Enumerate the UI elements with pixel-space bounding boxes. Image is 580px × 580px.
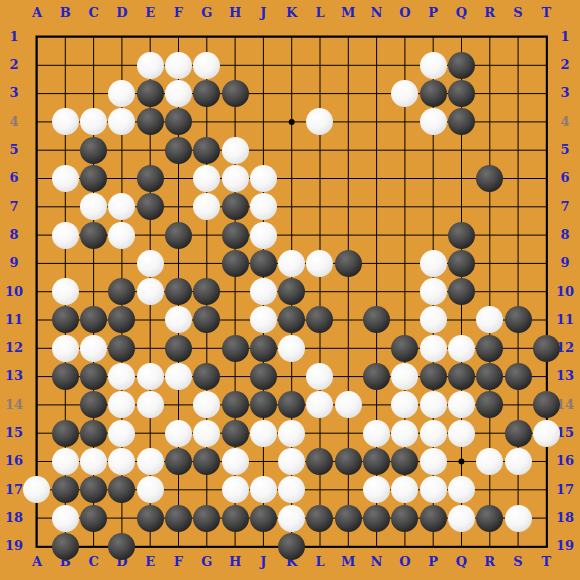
intersection-A19[interactable] [23, 532, 51, 560]
intersection-G12[interactable] [193, 334, 221, 362]
intersection-O19[interactable] [391, 532, 419, 560]
intersection-M18[interactable] [334, 504, 362, 532]
intersection-G13[interactable] [193, 362, 221, 390]
intersection-S18[interactable] [504, 504, 532, 532]
intersection-K15[interactable] [278, 419, 306, 447]
intersection-Q11[interactable] [447, 306, 475, 334]
intersection-H8[interactable] [221, 221, 249, 249]
intersection-N7[interactable] [362, 193, 390, 221]
intersection-R11[interactable] [476, 306, 504, 334]
intersection-G6[interactable] [193, 164, 221, 192]
intersection-O11[interactable] [391, 306, 419, 334]
intersection-J14[interactable] [249, 391, 277, 419]
intersection-T16[interactable] [532, 447, 560, 475]
intersection-F2[interactable] [164, 51, 192, 79]
intersection-F11[interactable] [164, 306, 192, 334]
intersection-G7[interactable] [193, 193, 221, 221]
intersection-J6[interactable] [249, 164, 277, 192]
intersection-P7[interactable] [419, 193, 447, 221]
intersection-J12[interactable] [249, 334, 277, 362]
intersection-J3[interactable] [249, 79, 277, 107]
intersection-S5[interactable] [504, 136, 532, 164]
intersection-M8[interactable] [334, 221, 362, 249]
intersection-K10[interactable] [278, 278, 306, 306]
intersection-S1[interactable] [504, 23, 532, 51]
intersection-C5[interactable] [79, 136, 107, 164]
intersection-H10[interactable] [221, 278, 249, 306]
intersection-F13[interactable] [164, 362, 192, 390]
intersection-H5[interactable] [221, 136, 249, 164]
intersection-D7[interactable] [108, 193, 136, 221]
intersection-C19[interactable] [79, 532, 107, 560]
intersection-E7[interactable] [136, 193, 164, 221]
intersection-A11[interactable] [23, 306, 51, 334]
intersection-R7[interactable] [476, 193, 504, 221]
intersection-A16[interactable] [23, 447, 51, 475]
intersection-S13[interactable] [504, 362, 532, 390]
intersection-F18[interactable] [164, 504, 192, 532]
intersection-S7[interactable] [504, 193, 532, 221]
intersection-A2[interactable] [23, 51, 51, 79]
intersection-M4[interactable] [334, 108, 362, 136]
intersection-O16[interactable] [391, 447, 419, 475]
intersection-D15[interactable] [108, 419, 136, 447]
intersection-F16[interactable] [164, 447, 192, 475]
intersection-Q7[interactable] [447, 193, 475, 221]
intersection-L6[interactable] [306, 164, 334, 192]
intersection-L4[interactable] [306, 108, 334, 136]
intersection-A7[interactable] [23, 193, 51, 221]
intersection-A1[interactable] [23, 23, 51, 51]
intersection-G4[interactable] [193, 108, 221, 136]
intersection-P8[interactable] [419, 221, 447, 249]
intersection-O1[interactable] [391, 23, 419, 51]
intersection-A3[interactable] [23, 79, 51, 107]
intersection-H7[interactable] [221, 193, 249, 221]
intersection-P1[interactable] [419, 23, 447, 51]
intersection-N1[interactable] [362, 23, 390, 51]
intersection-Q2[interactable] [447, 51, 475, 79]
intersection-O15[interactable] [391, 419, 419, 447]
intersection-O6[interactable] [391, 164, 419, 192]
intersection-M10[interactable] [334, 278, 362, 306]
intersection-R13[interactable] [476, 362, 504, 390]
intersection-B14[interactable] [51, 391, 79, 419]
intersection-C17[interactable] [79, 476, 107, 504]
intersection-B12[interactable] [51, 334, 79, 362]
intersection-G11[interactable] [193, 306, 221, 334]
intersection-M7[interactable] [334, 193, 362, 221]
intersection-A15[interactable] [23, 419, 51, 447]
intersection-A9[interactable] [23, 249, 51, 277]
intersection-B5[interactable] [51, 136, 79, 164]
intersection-E14[interactable] [136, 391, 164, 419]
intersection-Q8[interactable] [447, 221, 475, 249]
intersection-K18[interactable] [278, 504, 306, 532]
intersection-C14[interactable] [79, 391, 107, 419]
intersection-L16[interactable] [306, 447, 334, 475]
intersection-A8[interactable] [23, 221, 51, 249]
intersection-S6[interactable] [504, 164, 532, 192]
intersection-R2[interactable] [476, 51, 504, 79]
intersection-L11[interactable] [306, 306, 334, 334]
intersection-D12[interactable] [108, 334, 136, 362]
intersection-P2[interactable] [419, 51, 447, 79]
intersection-J19[interactable] [249, 532, 277, 560]
intersection-T11[interactable] [532, 306, 560, 334]
intersection-P18[interactable] [419, 504, 447, 532]
intersection-E13[interactable] [136, 362, 164, 390]
intersection-N19[interactable] [362, 532, 390, 560]
intersection-C15[interactable] [79, 419, 107, 447]
intersection-J4[interactable] [249, 108, 277, 136]
intersection-K3[interactable] [278, 79, 306, 107]
intersection-K6[interactable] [278, 164, 306, 192]
intersection-B4[interactable] [51, 108, 79, 136]
intersection-N12[interactable] [362, 334, 390, 362]
intersection-C16[interactable] [79, 447, 107, 475]
intersection-K9[interactable] [278, 249, 306, 277]
intersection-K2[interactable] [278, 51, 306, 79]
intersection-T1[interactable] [532, 23, 560, 51]
intersection-S16[interactable] [504, 447, 532, 475]
intersection-L13[interactable] [306, 362, 334, 390]
intersection-T15[interactable] [532, 419, 560, 447]
intersection-S8[interactable] [504, 221, 532, 249]
intersection-L14[interactable] [306, 391, 334, 419]
intersection-P15[interactable] [419, 419, 447, 447]
intersection-Q16[interactable] [447, 447, 475, 475]
intersection-O5[interactable] [391, 136, 419, 164]
intersection-A12[interactable] [23, 334, 51, 362]
intersection-M12[interactable] [334, 334, 362, 362]
intersection-P3[interactable] [419, 79, 447, 107]
intersection-Q5[interactable] [447, 136, 475, 164]
intersection-D5[interactable] [108, 136, 136, 164]
intersection-D16[interactable] [108, 447, 136, 475]
intersection-D6[interactable] [108, 164, 136, 192]
intersection-B2[interactable] [51, 51, 79, 79]
intersection-L12[interactable] [306, 334, 334, 362]
intersection-O7[interactable] [391, 193, 419, 221]
intersection-M3[interactable] [334, 79, 362, 107]
intersection-E4[interactable] [136, 108, 164, 136]
intersection-C4[interactable] [79, 108, 107, 136]
intersection-R5[interactable] [476, 136, 504, 164]
intersection-M17[interactable] [334, 476, 362, 504]
intersection-N11[interactable] [362, 306, 390, 334]
intersection-T3[interactable] [532, 79, 560, 107]
intersection-B11[interactable] [51, 306, 79, 334]
intersection-E18[interactable] [136, 504, 164, 532]
intersection-D14[interactable] [108, 391, 136, 419]
intersection-P5[interactable] [419, 136, 447, 164]
intersection-K5[interactable] [278, 136, 306, 164]
intersection-E5[interactable] [136, 136, 164, 164]
intersection-L9[interactable] [306, 249, 334, 277]
intersection-M1[interactable] [334, 23, 362, 51]
intersection-Q9[interactable] [447, 249, 475, 277]
intersection-N13[interactable] [362, 362, 390, 390]
intersection-P4[interactable] [419, 108, 447, 136]
intersection-F7[interactable] [164, 193, 192, 221]
intersection-K11[interactable] [278, 306, 306, 334]
intersection-B13[interactable] [51, 362, 79, 390]
intersection-C13[interactable] [79, 362, 107, 390]
intersection-E12[interactable] [136, 334, 164, 362]
intersection-L5[interactable] [306, 136, 334, 164]
intersection-D3[interactable] [108, 79, 136, 107]
intersection-L15[interactable] [306, 419, 334, 447]
intersection-O2[interactable] [391, 51, 419, 79]
intersection-E1[interactable] [136, 23, 164, 51]
intersection-G8[interactable] [193, 221, 221, 249]
intersection-F5[interactable] [164, 136, 192, 164]
intersection-E10[interactable] [136, 278, 164, 306]
intersection-T17[interactable] [532, 476, 560, 504]
intersection-E9[interactable] [136, 249, 164, 277]
intersection-H2[interactable] [221, 51, 249, 79]
intersection-T14[interactable] [532, 391, 560, 419]
intersection-D4[interactable] [108, 108, 136, 136]
intersection-T13[interactable] [532, 362, 560, 390]
intersection-H17[interactable] [221, 476, 249, 504]
intersection-E3[interactable] [136, 79, 164, 107]
intersection-Q4[interactable] [447, 108, 475, 136]
intersection-P14[interactable] [419, 391, 447, 419]
intersection-Q6[interactable] [447, 164, 475, 192]
intersection-R10[interactable] [476, 278, 504, 306]
intersection-B3[interactable] [51, 79, 79, 107]
intersection-N14[interactable] [362, 391, 390, 419]
intersection-G14[interactable] [193, 391, 221, 419]
intersection-L2[interactable] [306, 51, 334, 79]
intersection-H11[interactable] [221, 306, 249, 334]
intersection-F19[interactable] [164, 532, 192, 560]
intersection-S14[interactable] [504, 391, 532, 419]
intersection-N10[interactable] [362, 278, 390, 306]
intersection-B9[interactable] [51, 249, 79, 277]
intersection-F4[interactable] [164, 108, 192, 136]
intersection-J18[interactable] [249, 504, 277, 532]
intersection-S19[interactable] [504, 532, 532, 560]
intersection-M9[interactable] [334, 249, 362, 277]
intersection-R8[interactable] [476, 221, 504, 249]
intersection-T10[interactable] [532, 278, 560, 306]
intersection-O12[interactable] [391, 334, 419, 362]
intersection-O3[interactable] [391, 79, 419, 107]
intersection-R17[interactable] [476, 476, 504, 504]
intersection-H14[interactable] [221, 391, 249, 419]
intersection-C3[interactable] [79, 79, 107, 107]
intersection-A10[interactable] [23, 278, 51, 306]
intersection-P17[interactable] [419, 476, 447, 504]
intersection-N15[interactable] [362, 419, 390, 447]
intersection-B17[interactable] [51, 476, 79, 504]
intersection-T6[interactable] [532, 164, 560, 192]
intersection-O17[interactable] [391, 476, 419, 504]
intersection-D10[interactable] [108, 278, 136, 306]
intersection-T4[interactable] [532, 108, 560, 136]
intersection-R15[interactable] [476, 419, 504, 447]
intersection-N18[interactable] [362, 504, 390, 532]
intersection-B10[interactable] [51, 278, 79, 306]
intersection-D2[interactable] [108, 51, 136, 79]
intersection-O13[interactable] [391, 362, 419, 390]
intersection-G3[interactable] [193, 79, 221, 107]
intersection-G2[interactable] [193, 51, 221, 79]
intersection-S4[interactable] [504, 108, 532, 136]
intersection-K12[interactable] [278, 334, 306, 362]
intersection-G15[interactable] [193, 419, 221, 447]
intersection-R3[interactable] [476, 79, 504, 107]
intersection-C11[interactable] [79, 306, 107, 334]
intersection-K19[interactable] [278, 532, 306, 560]
intersection-S2[interactable] [504, 51, 532, 79]
intersection-P16[interactable] [419, 447, 447, 475]
intersection-S10[interactable] [504, 278, 532, 306]
intersection-E15[interactable] [136, 419, 164, 447]
intersection-D17[interactable] [108, 476, 136, 504]
intersection-R9[interactable] [476, 249, 504, 277]
intersection-M19[interactable] [334, 532, 362, 560]
intersection-H1[interactable] [221, 23, 249, 51]
intersection-T8[interactable] [532, 221, 560, 249]
intersection-A6[interactable] [23, 164, 51, 192]
intersection-K14[interactable] [278, 391, 306, 419]
intersection-K8[interactable] [278, 221, 306, 249]
intersection-T9[interactable] [532, 249, 560, 277]
intersection-Q3[interactable] [447, 79, 475, 107]
intersection-H16[interactable] [221, 447, 249, 475]
intersection-P12[interactable] [419, 334, 447, 362]
intersection-R1[interactable] [476, 23, 504, 51]
intersection-S17[interactable] [504, 476, 532, 504]
intersection-F12[interactable] [164, 334, 192, 362]
intersection-K7[interactable] [278, 193, 306, 221]
intersection-F3[interactable] [164, 79, 192, 107]
intersection-A14[interactable] [23, 391, 51, 419]
intersection-C2[interactable] [79, 51, 107, 79]
intersection-C1[interactable] [79, 23, 107, 51]
intersection-B16[interactable] [51, 447, 79, 475]
intersection-N8[interactable] [362, 221, 390, 249]
intersection-M11[interactable] [334, 306, 362, 334]
intersection-K17[interactable] [278, 476, 306, 504]
intersection-H9[interactable] [221, 249, 249, 277]
intersection-L18[interactable] [306, 504, 334, 532]
intersection-J10[interactable] [249, 278, 277, 306]
intersection-A18[interactable] [23, 504, 51, 532]
intersection-J15[interactable] [249, 419, 277, 447]
intersection-B18[interactable] [51, 504, 79, 532]
intersection-G19[interactable] [193, 532, 221, 560]
intersection-R16[interactable] [476, 447, 504, 475]
intersection-B19[interactable] [51, 532, 79, 560]
intersection-L7[interactable] [306, 193, 334, 221]
intersection-P10[interactable] [419, 278, 447, 306]
intersection-P11[interactable] [419, 306, 447, 334]
intersection-T12[interactable] [532, 334, 560, 362]
intersection-O8[interactable] [391, 221, 419, 249]
intersection-D1[interactable] [108, 23, 136, 51]
intersection-Q15[interactable] [447, 419, 475, 447]
intersection-F9[interactable] [164, 249, 192, 277]
intersection-B8[interactable] [51, 221, 79, 249]
intersection-P13[interactable] [419, 362, 447, 390]
intersection-L19[interactable] [306, 532, 334, 560]
intersection-O14[interactable] [391, 391, 419, 419]
intersection-D8[interactable] [108, 221, 136, 249]
intersection-J2[interactable] [249, 51, 277, 79]
intersection-Q19[interactable] [447, 532, 475, 560]
intersection-L1[interactable] [306, 23, 334, 51]
intersection-O9[interactable] [391, 249, 419, 277]
intersection-J1[interactable] [249, 23, 277, 51]
intersection-C8[interactable] [79, 221, 107, 249]
intersection-J8[interactable] [249, 221, 277, 249]
intersection-E11[interactable] [136, 306, 164, 334]
intersection-C9[interactable] [79, 249, 107, 277]
intersection-C7[interactable] [79, 193, 107, 221]
intersection-Q1[interactable] [447, 23, 475, 51]
intersection-Q10[interactable] [447, 278, 475, 306]
intersection-O4[interactable] [391, 108, 419, 136]
intersection-A13[interactable] [23, 362, 51, 390]
intersection-N16[interactable] [362, 447, 390, 475]
intersection-T2[interactable] [532, 51, 560, 79]
intersection-F8[interactable] [164, 221, 192, 249]
intersection-M13[interactable] [334, 362, 362, 390]
intersection-E8[interactable] [136, 221, 164, 249]
intersection-H18[interactable] [221, 504, 249, 532]
intersection-M5[interactable] [334, 136, 362, 164]
intersection-R14[interactable] [476, 391, 504, 419]
intersection-A4[interactable] [23, 108, 51, 136]
intersection-K1[interactable] [278, 23, 306, 51]
intersection-Q13[interactable] [447, 362, 475, 390]
intersection-H15[interactable] [221, 419, 249, 447]
intersection-E16[interactable] [136, 447, 164, 475]
intersection-P9[interactable] [419, 249, 447, 277]
intersection-R18[interactable] [476, 504, 504, 532]
intersection-H12[interactable] [221, 334, 249, 362]
intersection-T18[interactable] [532, 504, 560, 532]
intersection-H19[interactable] [221, 532, 249, 560]
intersection-C12[interactable] [79, 334, 107, 362]
intersection-N17[interactable] [362, 476, 390, 504]
intersection-N2[interactable] [362, 51, 390, 79]
intersection-J5[interactable] [249, 136, 277, 164]
intersection-B15[interactable] [51, 419, 79, 447]
intersection-C6[interactable] [79, 164, 107, 192]
intersection-Q14[interactable] [447, 391, 475, 419]
intersection-K13[interactable] [278, 362, 306, 390]
intersection-J11[interactable] [249, 306, 277, 334]
intersection-A17[interactable] [23, 476, 51, 504]
intersection-J13[interactable] [249, 362, 277, 390]
intersection-Q12[interactable] [447, 334, 475, 362]
intersection-N9[interactable] [362, 249, 390, 277]
intersection-H13[interactable] [221, 362, 249, 390]
intersection-J16[interactable] [249, 447, 277, 475]
intersection-Q17[interactable] [447, 476, 475, 504]
intersection-F17[interactable] [164, 476, 192, 504]
intersection-F1[interactable] [164, 23, 192, 51]
intersection-F10[interactable] [164, 278, 192, 306]
intersection-D19[interactable] [108, 532, 136, 560]
intersection-H6[interactable] [221, 164, 249, 192]
